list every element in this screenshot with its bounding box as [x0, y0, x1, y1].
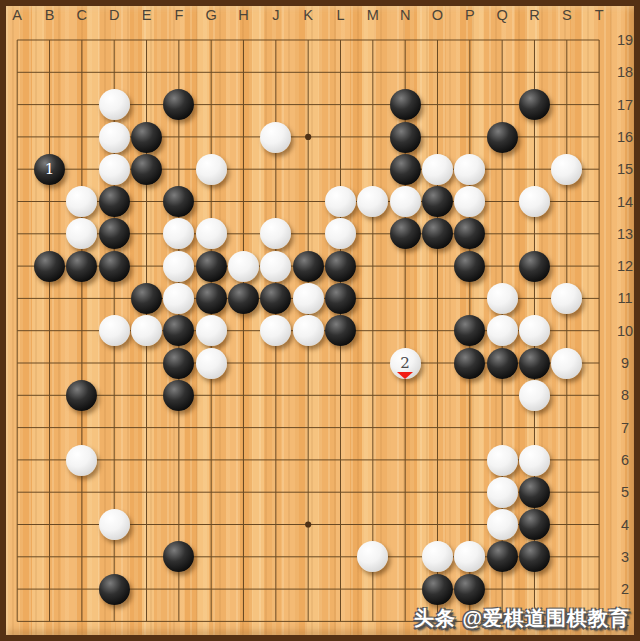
intersection-R16[interactable]	[518, 121, 550, 153]
intersection-J1[interactable]	[260, 605, 292, 637]
intersection-C14[interactable]	[66, 185, 98, 217]
intersection-M19[interactable]	[357, 24, 389, 56]
intersection-J5[interactable]	[260, 476, 292, 508]
intersection-Q4[interactable]	[486, 508, 518, 540]
intersection-M3[interactable]	[357, 541, 389, 573]
intersection-M14[interactable]	[357, 185, 389, 217]
intersection-R8[interactable]	[518, 379, 550, 411]
intersection-J10[interactable]	[260, 315, 292, 347]
intersection-R17[interactable]	[518, 89, 550, 121]
intersection-H5[interactable]	[227, 476, 259, 508]
intersection-S15[interactable]	[551, 153, 583, 185]
intersection-E7[interactable]	[130, 412, 162, 444]
intersection-G5[interactable]	[195, 476, 227, 508]
intersection-R14[interactable]	[518, 185, 550, 217]
intersection-O5[interactable]	[421, 476, 453, 508]
intersection-K3[interactable]	[292, 541, 324, 573]
intersection-E18[interactable]	[130, 56, 162, 88]
intersection-C15[interactable]	[66, 153, 98, 185]
intersection-G6[interactable]	[195, 444, 227, 476]
intersection-H3[interactable]	[227, 541, 259, 573]
intersection-J18[interactable]	[260, 56, 292, 88]
intersection-N8[interactable]	[389, 379, 421, 411]
intersection-T8[interactable]	[583, 379, 615, 411]
intersection-P11[interactable]	[454, 282, 486, 314]
intersection-L16[interactable]	[324, 121, 356, 153]
intersection-F16[interactable]	[163, 121, 195, 153]
intersection-G8[interactable]	[195, 379, 227, 411]
intersection-G15[interactable]	[195, 153, 227, 185]
intersection-C17[interactable]	[66, 89, 98, 121]
intersection-B6[interactable]	[33, 444, 65, 476]
intersection-G16[interactable]	[195, 121, 227, 153]
intersection-J13[interactable]	[260, 218, 292, 250]
intersection-E13[interactable]	[130, 218, 162, 250]
intersection-L13[interactable]	[324, 218, 356, 250]
intersection-O17[interactable]	[421, 89, 453, 121]
intersection-F5[interactable]	[163, 476, 195, 508]
intersection-A19[interactable]	[1, 24, 33, 56]
intersection-M12[interactable]	[357, 250, 389, 282]
intersection-B5[interactable]	[33, 476, 65, 508]
intersection-E10[interactable]	[130, 315, 162, 347]
intersection-B3[interactable]	[33, 541, 65, 573]
intersection-N2[interactable]	[389, 573, 421, 605]
intersection-R3[interactable]	[518, 541, 550, 573]
intersection-A17[interactable]	[1, 89, 33, 121]
intersection-E15[interactable]	[130, 153, 162, 185]
intersection-A6[interactable]	[1, 444, 33, 476]
intersection-M15[interactable]	[357, 153, 389, 185]
intersection-D17[interactable]	[98, 89, 130, 121]
intersection-L17[interactable]	[324, 89, 356, 121]
intersection-A5[interactable]	[1, 476, 33, 508]
intersection-K16[interactable]	[292, 121, 324, 153]
intersection-C18[interactable]	[66, 56, 98, 88]
intersection-G13[interactable]	[195, 218, 227, 250]
intersection-E6[interactable]	[130, 444, 162, 476]
intersection-S17[interactable]	[551, 89, 583, 121]
intersection-R5[interactable]	[518, 476, 550, 508]
intersection-A8[interactable]	[1, 379, 33, 411]
intersection-B8[interactable]	[33, 379, 65, 411]
intersection-D7[interactable]	[98, 412, 130, 444]
intersection-K15[interactable]	[292, 153, 324, 185]
intersection-A7[interactable]	[1, 412, 33, 444]
intersection-T6[interactable]	[583, 444, 615, 476]
intersection-O12[interactable]	[421, 250, 453, 282]
intersection-A3[interactable]	[1, 541, 33, 573]
intersection-T18[interactable]	[583, 56, 615, 88]
intersection-R15[interactable]	[518, 153, 550, 185]
intersection-G7[interactable]	[195, 412, 227, 444]
intersection-Q13[interactable]	[486, 218, 518, 250]
intersection-Q12[interactable]	[486, 250, 518, 282]
intersection-F13[interactable]	[163, 218, 195, 250]
intersection-M9[interactable]	[357, 347, 389, 379]
intersection-F14[interactable]	[163, 185, 195, 217]
intersection-B17[interactable]	[33, 89, 65, 121]
intersection-D11[interactable]	[98, 282, 130, 314]
intersection-G14[interactable]	[195, 185, 227, 217]
intersection-B14[interactable]	[33, 185, 65, 217]
intersection-D19[interactable]	[98, 24, 130, 56]
intersection-F2[interactable]	[163, 573, 195, 605]
intersection-K19[interactable]	[292, 24, 324, 56]
intersection-T7[interactable]	[583, 412, 615, 444]
intersection-B16[interactable]	[33, 121, 65, 153]
intersection-J4[interactable]	[260, 508, 292, 540]
intersection-M6[interactable]	[357, 444, 389, 476]
intersection-G11[interactable]	[195, 282, 227, 314]
intersection-F9[interactable]	[163, 347, 195, 379]
intersection-M7[interactable]	[357, 412, 389, 444]
intersection-S12[interactable]	[551, 250, 583, 282]
intersection-C7[interactable]	[66, 412, 98, 444]
intersection-C12[interactable]	[66, 250, 98, 282]
intersection-K18[interactable]	[292, 56, 324, 88]
intersection-P9[interactable]	[454, 347, 486, 379]
intersection-E11[interactable]	[130, 282, 162, 314]
intersection-J19[interactable]	[260, 24, 292, 56]
intersection-R9[interactable]	[518, 347, 550, 379]
intersection-H6[interactable]	[227, 444, 259, 476]
intersection-B15[interactable]: 1	[33, 153, 65, 185]
intersection-B7[interactable]	[33, 412, 65, 444]
intersection-B9[interactable]	[33, 347, 65, 379]
intersection-R11[interactable]	[518, 282, 550, 314]
intersection-C9[interactable]	[66, 347, 98, 379]
intersection-Q17[interactable]	[486, 89, 518, 121]
intersection-R10[interactable]	[518, 315, 550, 347]
intersection-L11[interactable]	[324, 282, 356, 314]
intersection-O18[interactable]	[421, 56, 453, 88]
intersection-D16[interactable]	[98, 121, 130, 153]
intersection-T15[interactable]	[583, 153, 615, 185]
intersection-F6[interactable]	[163, 444, 195, 476]
intersection-H18[interactable]	[227, 56, 259, 88]
intersection-N15[interactable]	[389, 153, 421, 185]
intersection-T16[interactable]	[583, 121, 615, 153]
intersection-R4[interactable]	[518, 508, 550, 540]
intersection-L4[interactable]	[324, 508, 356, 540]
intersection-M13[interactable]	[357, 218, 389, 250]
intersection-O2[interactable]	[421, 573, 453, 605]
intersection-M11[interactable]	[357, 282, 389, 314]
intersection-P2[interactable]	[454, 573, 486, 605]
intersection-E1[interactable]	[130, 605, 162, 637]
intersection-F11[interactable]	[163, 282, 195, 314]
intersection-N3[interactable]	[389, 541, 421, 573]
intersection-S6[interactable]	[551, 444, 583, 476]
intersection-N19[interactable]	[389, 24, 421, 56]
intersection-C2[interactable]	[66, 573, 98, 605]
intersection-J3[interactable]	[260, 541, 292, 573]
intersection-S18[interactable]	[551, 56, 583, 88]
intersection-K2[interactable]	[292, 573, 324, 605]
intersection-F1[interactable]	[163, 605, 195, 637]
intersection-J16[interactable]	[260, 121, 292, 153]
intersection-M1[interactable]	[357, 605, 389, 637]
intersection-B1[interactable]	[33, 605, 65, 637]
intersection-G18[interactable]	[195, 56, 227, 88]
intersection-N13[interactable]	[389, 218, 421, 250]
intersection-H9[interactable]	[227, 347, 259, 379]
intersection-N9[interactable]: 2	[389, 347, 421, 379]
intersection-E3[interactable]	[130, 541, 162, 573]
intersection-Q9[interactable]	[486, 347, 518, 379]
intersection-D2[interactable]	[98, 573, 130, 605]
intersection-J15[interactable]	[260, 153, 292, 185]
intersection-K9[interactable]	[292, 347, 324, 379]
intersection-D5[interactable]	[98, 476, 130, 508]
intersection-E4[interactable]	[130, 508, 162, 540]
intersection-D18[interactable]	[98, 56, 130, 88]
intersection-E16[interactable]	[130, 121, 162, 153]
intersection-K8[interactable]	[292, 379, 324, 411]
intersection-Q5[interactable]	[486, 476, 518, 508]
intersection-L8[interactable]	[324, 379, 356, 411]
intersection-N6[interactable]	[389, 444, 421, 476]
intersection-M17[interactable]	[357, 89, 389, 121]
intersection-G10[interactable]	[195, 315, 227, 347]
intersection-J2[interactable]	[260, 573, 292, 605]
intersection-C3[interactable]	[66, 541, 98, 573]
intersection-A14[interactable]	[1, 185, 33, 217]
intersection-J11[interactable]	[260, 282, 292, 314]
intersection-M8[interactable]	[357, 379, 389, 411]
intersection-A1[interactable]	[1, 605, 33, 637]
intersection-H15[interactable]	[227, 153, 259, 185]
intersection-A15[interactable]	[1, 153, 33, 185]
intersection-A12[interactable]	[1, 250, 33, 282]
intersection-M16[interactable]	[357, 121, 389, 153]
intersection-O10[interactable]	[421, 315, 453, 347]
intersection-P14[interactable]	[454, 185, 486, 217]
intersection-A13[interactable]	[1, 218, 33, 250]
intersection-G9[interactable]	[195, 347, 227, 379]
intersection-K6[interactable]	[292, 444, 324, 476]
intersection-Q14[interactable]	[486, 185, 518, 217]
intersection-P18[interactable]	[454, 56, 486, 88]
intersection-C11[interactable]	[66, 282, 98, 314]
intersection-D6[interactable]	[98, 444, 130, 476]
intersection-S5[interactable]	[551, 476, 583, 508]
intersection-E8[interactable]	[130, 379, 162, 411]
intersection-H19[interactable]	[227, 24, 259, 56]
intersection-F8[interactable]	[163, 379, 195, 411]
intersection-C1[interactable]	[66, 605, 98, 637]
intersection-L6[interactable]	[324, 444, 356, 476]
intersection-O8[interactable]	[421, 379, 453, 411]
intersection-R7[interactable]	[518, 412, 550, 444]
intersection-D14[interactable]	[98, 185, 130, 217]
intersection-K4[interactable]	[292, 508, 324, 540]
intersection-S2[interactable]	[551, 573, 583, 605]
intersection-P10[interactable]	[454, 315, 486, 347]
intersection-B13[interactable]	[33, 218, 65, 250]
intersection-C13[interactable]	[66, 218, 98, 250]
intersection-S11[interactable]	[551, 282, 583, 314]
intersection-T12[interactable]	[583, 250, 615, 282]
intersection-R13[interactable]	[518, 218, 550, 250]
intersection-L3[interactable]	[324, 541, 356, 573]
intersection-C19[interactable]	[66, 24, 98, 56]
intersection-P16[interactable]	[454, 121, 486, 153]
intersection-D13[interactable]	[98, 218, 130, 250]
intersection-D4[interactable]	[98, 508, 130, 540]
intersection-P7[interactable]	[454, 412, 486, 444]
intersection-G17[interactable]	[195, 89, 227, 121]
intersection-H1[interactable]	[227, 605, 259, 637]
intersection-P19[interactable]	[454, 24, 486, 56]
intersection-H12[interactable]	[227, 250, 259, 282]
intersection-S19[interactable]	[551, 24, 583, 56]
intersection-S10[interactable]	[551, 315, 583, 347]
intersection-Q16[interactable]	[486, 121, 518, 153]
intersection-G2[interactable]	[195, 573, 227, 605]
intersection-P3[interactable]	[454, 541, 486, 573]
intersection-K11[interactable]	[292, 282, 324, 314]
intersection-Q3[interactable]	[486, 541, 518, 573]
intersection-L5[interactable]	[324, 476, 356, 508]
intersection-E12[interactable]	[130, 250, 162, 282]
intersection-A2[interactable]	[1, 573, 33, 605]
intersection-J14[interactable]	[260, 185, 292, 217]
intersection-A18[interactable]	[1, 56, 33, 88]
intersection-T19[interactable]	[583, 24, 615, 56]
intersection-C5[interactable]	[66, 476, 98, 508]
intersection-S4[interactable]	[551, 508, 583, 540]
intersection-K12[interactable]	[292, 250, 324, 282]
intersection-Q15[interactable]	[486, 153, 518, 185]
intersection-N4[interactable]	[389, 508, 421, 540]
intersection-A10[interactable]	[1, 315, 33, 347]
intersection-H16[interactable]	[227, 121, 259, 153]
intersection-P8[interactable]	[454, 379, 486, 411]
intersection-F18[interactable]	[163, 56, 195, 88]
intersection-Q11[interactable]	[486, 282, 518, 314]
intersection-J17[interactable]	[260, 89, 292, 121]
intersection-P17[interactable]	[454, 89, 486, 121]
intersection-T9[interactable]	[583, 347, 615, 379]
intersection-T4[interactable]	[583, 508, 615, 540]
intersection-C16[interactable]	[66, 121, 98, 153]
intersection-E9[interactable]	[130, 347, 162, 379]
intersection-A11[interactable]	[1, 282, 33, 314]
intersection-K14[interactable]	[292, 185, 324, 217]
intersection-L18[interactable]	[324, 56, 356, 88]
intersection-G3[interactable]	[195, 541, 227, 573]
intersection-H4[interactable]	[227, 508, 259, 540]
intersection-P15[interactable]	[454, 153, 486, 185]
intersection-Q6[interactable]	[486, 444, 518, 476]
intersection-B19[interactable]	[33, 24, 65, 56]
intersection-D3[interactable]	[98, 541, 130, 573]
intersection-M2[interactable]	[357, 573, 389, 605]
intersection-B2[interactable]	[33, 573, 65, 605]
intersection-P4[interactable]	[454, 508, 486, 540]
intersection-F12[interactable]	[163, 250, 195, 282]
intersection-L14[interactable]	[324, 185, 356, 217]
intersection-B12[interactable]	[33, 250, 65, 282]
intersection-H14[interactable]	[227, 185, 259, 217]
intersection-H13[interactable]	[227, 218, 259, 250]
intersection-O16[interactable]	[421, 121, 453, 153]
intersection-R2[interactable]	[518, 573, 550, 605]
intersection-T3[interactable]	[583, 541, 615, 573]
intersection-R18[interactable]	[518, 56, 550, 88]
intersection-A9[interactable]	[1, 347, 33, 379]
intersection-K13[interactable]	[292, 218, 324, 250]
intersection-E17[interactable]	[130, 89, 162, 121]
intersection-O14[interactable]	[421, 185, 453, 217]
intersection-D9[interactable]	[98, 347, 130, 379]
intersection-D15[interactable]	[98, 153, 130, 185]
intersection-M18[interactable]	[357, 56, 389, 88]
intersection-T13[interactable]	[583, 218, 615, 250]
intersection-L12[interactable]	[324, 250, 356, 282]
intersection-R12[interactable]	[518, 250, 550, 282]
intersection-J12[interactable]	[260, 250, 292, 282]
intersection-D1[interactable]	[98, 605, 130, 637]
intersection-O3[interactable]	[421, 541, 453, 573]
intersection-N17[interactable]	[389, 89, 421, 121]
intersection-T5[interactable]	[583, 476, 615, 508]
intersection-S13[interactable]	[551, 218, 583, 250]
intersection-P12[interactable]	[454, 250, 486, 282]
intersection-E14[interactable]	[130, 185, 162, 217]
intersection-F19[interactable]	[163, 24, 195, 56]
intersection-D8[interactable]	[98, 379, 130, 411]
intersection-Q2[interactable]	[486, 573, 518, 605]
intersection-N12[interactable]	[389, 250, 421, 282]
intersection-M10[interactable]	[357, 315, 389, 347]
intersection-H2[interactable]	[227, 573, 259, 605]
intersection-Q8[interactable]	[486, 379, 518, 411]
intersection-N10[interactable]	[389, 315, 421, 347]
intersection-H7[interactable]	[227, 412, 259, 444]
intersection-C4[interactable]	[66, 508, 98, 540]
intersection-P6[interactable]	[454, 444, 486, 476]
intersection-C8[interactable]	[66, 379, 98, 411]
intersection-F7[interactable]	[163, 412, 195, 444]
intersection-L19[interactable]	[324, 24, 356, 56]
intersection-Q10[interactable]	[486, 315, 518, 347]
intersection-B11[interactable]	[33, 282, 65, 314]
intersection-N5[interactable]	[389, 476, 421, 508]
intersection-O6[interactable]	[421, 444, 453, 476]
intersection-S14[interactable]	[551, 185, 583, 217]
intersection-S3[interactable]	[551, 541, 583, 573]
intersection-O9[interactable]	[421, 347, 453, 379]
intersection-O13[interactable]	[421, 218, 453, 250]
intersection-B18[interactable]	[33, 56, 65, 88]
intersection-R19[interactable]	[518, 24, 550, 56]
intersection-G4[interactable]	[195, 508, 227, 540]
intersection-E19[interactable]	[130, 24, 162, 56]
intersection-O19[interactable]	[421, 24, 453, 56]
intersection-E2[interactable]	[130, 573, 162, 605]
intersection-E5[interactable]	[130, 476, 162, 508]
intersection-Q18[interactable]	[486, 56, 518, 88]
intersection-R6[interactable]	[518, 444, 550, 476]
intersection-J7[interactable]	[260, 412, 292, 444]
intersection-D12[interactable]	[98, 250, 130, 282]
intersection-A16[interactable]	[1, 121, 33, 153]
intersection-G12[interactable]	[195, 250, 227, 282]
intersection-J8[interactable]	[260, 379, 292, 411]
